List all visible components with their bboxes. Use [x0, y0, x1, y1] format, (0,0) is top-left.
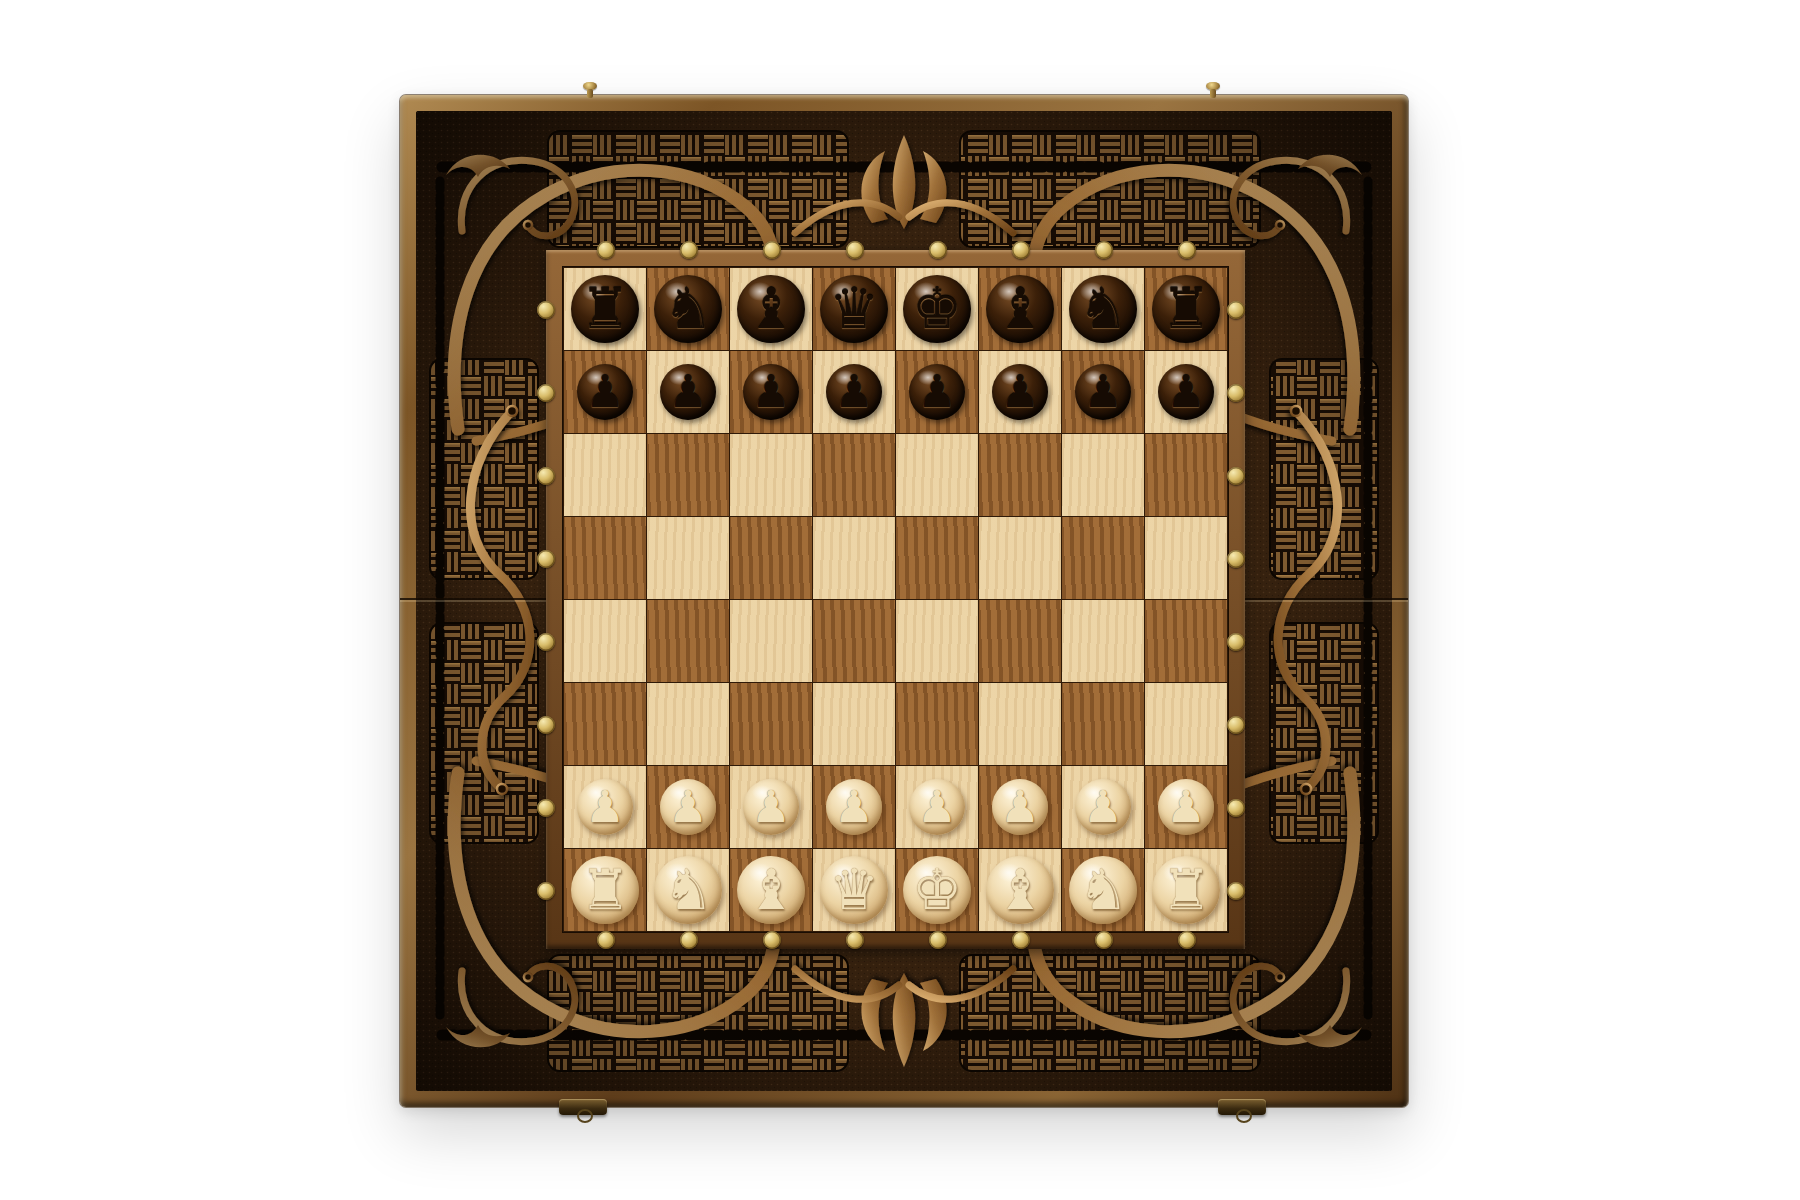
square-g5[interactable] — [1062, 517, 1144, 599]
square-e5[interactable] — [896, 517, 978, 599]
square-f5[interactable] — [979, 517, 1061, 599]
piece-black-pawn[interactable]: ♟ — [1158, 364, 1214, 420]
square-b6[interactable] — [647, 434, 729, 516]
piece-white-pawn[interactable]: ♟ — [992, 779, 1048, 835]
square-h6[interactable] — [1145, 434, 1227, 516]
piece-glyph: ♞ — [663, 862, 713, 918]
piece-black-rook[interactable]: ♜ — [571, 275, 639, 343]
piece-white-rook[interactable]: ♜ — [1152, 856, 1220, 924]
square-c4[interactable] — [730, 600, 812, 682]
brass-pin — [846, 241, 864, 259]
square-f2[interactable]: ♟ — [979, 766, 1061, 848]
piece-white-queen[interactable]: ♛ — [820, 856, 888, 924]
square-g4[interactable] — [1062, 600, 1144, 682]
photo-stage: ♜♞♝♛♚♝♞♜♟♟♟♟♟♟♟♟♟♟♟♟♟♟♟♟♜♞♝♛♚♝♞♜ — [0, 0, 1800, 1200]
piece-glyph: ♟ — [668, 785, 707, 829]
piece-glyph: ♜ — [1161, 281, 1211, 337]
piece-glyph: ♟ — [585, 370, 624, 414]
brass-pin — [1227, 633, 1245, 651]
piece-white-bishop[interactable]: ♝ — [737, 856, 805, 924]
brass-pin — [763, 241, 781, 259]
square-e8[interactable]: ♚ — [896, 268, 978, 350]
brass-pin — [846, 931, 864, 949]
piece-black-pawn[interactable]: ♟ — [826, 364, 882, 420]
clasp-right — [1218, 1099, 1266, 1115]
square-b7[interactable]: ♟ — [647, 351, 729, 433]
square-f3[interactable] — [979, 683, 1061, 765]
piece-glyph: ♟ — [668, 370, 707, 414]
square-a4[interactable] — [564, 600, 646, 682]
square-f6[interactable] — [979, 434, 1061, 516]
brass-pin — [1227, 799, 1245, 817]
piece-black-rook[interactable]: ♜ — [1152, 275, 1220, 343]
piece-white-pawn[interactable]: ♟ — [909, 779, 965, 835]
brass-pin — [537, 882, 555, 900]
piece-glyph: ♜ — [1161, 862, 1211, 918]
square-h7[interactable]: ♟ — [1145, 351, 1227, 433]
piece-black-queen[interactable]: ♛ — [820, 275, 888, 343]
square-h3[interactable] — [1145, 683, 1227, 765]
piece-glyph: ♝ — [995, 862, 1045, 918]
brass-pin — [1227, 467, 1245, 485]
brass-pin — [1012, 931, 1030, 949]
piece-black-pawn[interactable]: ♟ — [909, 364, 965, 420]
square-d8[interactable]: ♛ — [813, 268, 895, 350]
square-f4[interactable] — [979, 600, 1061, 682]
piece-black-bishop[interactable]: ♝ — [737, 275, 805, 343]
piece-white-pawn[interactable]: ♟ — [1075, 779, 1131, 835]
square-d4[interactable] — [813, 600, 895, 682]
square-d5[interactable] — [813, 517, 895, 599]
piece-glyph: ♝ — [995, 281, 1045, 337]
brass-pin — [537, 384, 555, 402]
brass-pin — [929, 931, 947, 949]
chess-case: ♜♞♝♛♚♝♞♜♟♟♟♟♟♟♟♟♟♟♟♟♟♟♟♟♜♞♝♛♚♝♞♜ — [400, 95, 1408, 1107]
square-d1[interactable]: ♛ — [813, 849, 895, 931]
piece-glyph: ♟ — [1166, 370, 1205, 414]
square-e3[interactable] — [896, 683, 978, 765]
hinge-knob-right — [1206, 82, 1220, 99]
piece-black-pawn[interactable]: ♟ — [743, 364, 799, 420]
brass-pin — [1227, 882, 1245, 900]
square-d3[interactable] — [813, 683, 895, 765]
square-e1[interactable]: ♚ — [896, 849, 978, 931]
square-e4[interactable] — [896, 600, 978, 682]
brass-pin — [597, 931, 615, 949]
brass-pin — [680, 241, 698, 259]
piece-black-pawn[interactable]: ♟ — [992, 364, 1048, 420]
brass-pin — [537, 467, 555, 485]
brass-pin — [537, 301, 555, 319]
piece-glyph: ♝ — [746, 281, 796, 337]
square-g2[interactable]: ♟ — [1062, 766, 1144, 848]
clasp-left — [559, 1099, 607, 1115]
square-c7[interactable]: ♟ — [730, 351, 812, 433]
piece-black-bishop[interactable]: ♝ — [986, 275, 1054, 343]
square-h8[interactable]: ♜ — [1145, 268, 1227, 350]
chess-board: ♜♞♝♛♚♝♞♜♟♟♟♟♟♟♟♟♟♟♟♟♟♟♟♟♜♞♝♛♚♝♞♜ — [546, 250, 1245, 949]
piece-white-pawn[interactable]: ♟ — [577, 779, 633, 835]
piece-black-king[interactable]: ♚ — [903, 275, 971, 343]
square-h2[interactable]: ♟ — [1145, 766, 1227, 848]
piece-white-knight[interactable]: ♞ — [654, 856, 722, 924]
square-c5[interactable] — [730, 517, 812, 599]
square-f8[interactable]: ♝ — [979, 268, 1061, 350]
brass-pin — [1095, 241, 1113, 259]
piece-white-knight[interactable]: ♞ — [1069, 856, 1137, 924]
square-b3[interactable] — [647, 683, 729, 765]
piece-white-rook[interactable]: ♜ — [571, 856, 639, 924]
piece-white-bishop[interactable]: ♝ — [986, 856, 1054, 924]
brass-pin — [1178, 931, 1196, 949]
brass-pin — [1178, 241, 1196, 259]
piece-white-king[interactable]: ♚ — [903, 856, 971, 924]
piece-glyph: ♟ — [917, 370, 956, 414]
square-g6[interactable] — [1062, 434, 1144, 516]
square-a6[interactable] — [564, 434, 646, 516]
square-g7[interactable]: ♟ — [1062, 351, 1144, 433]
brass-pin — [537, 550, 555, 568]
brass-pin — [1227, 301, 1245, 319]
square-a1[interactable]: ♜ — [564, 849, 646, 931]
square-d2[interactable]: ♟ — [813, 766, 895, 848]
piece-glyph: ♟ — [834, 785, 873, 829]
square-c2[interactable]: ♟ — [730, 766, 812, 848]
brass-pin — [1227, 550, 1245, 568]
brass-pin — [763, 931, 781, 949]
square-e6[interactable] — [896, 434, 978, 516]
piece-glyph: ♟ — [1166, 785, 1205, 829]
piece-glyph: ♟ — [1000, 370, 1039, 414]
board-grid: ♜♞♝♛♚♝♞♜♟♟♟♟♟♟♟♟♟♟♟♟♟♟♟♟♜♞♝♛♚♝♞♜ — [563, 267, 1228, 932]
piece-glyph: ♜ — [580, 862, 630, 918]
brass-pin — [1012, 241, 1030, 259]
piece-glyph: ♟ — [751, 785, 790, 829]
piece-black-knight[interactable]: ♞ — [1069, 275, 1137, 343]
piece-white-pawn[interactable]: ♟ — [826, 779, 882, 835]
square-h5[interactable] — [1145, 517, 1227, 599]
square-e7[interactable]: ♟ — [896, 351, 978, 433]
square-e2[interactable]: ♟ — [896, 766, 978, 848]
square-b2[interactable]: ♟ — [647, 766, 729, 848]
piece-glyph: ♛ — [829, 281, 879, 337]
square-b4[interactable] — [647, 600, 729, 682]
piece-glyph: ♝ — [746, 862, 796, 918]
square-c8[interactable]: ♝ — [730, 268, 812, 350]
piece-black-pawn[interactable]: ♟ — [660, 364, 716, 420]
square-d6[interactable] — [813, 434, 895, 516]
piece-glyph: ♚ — [912, 281, 962, 337]
piece-white-pawn[interactable]: ♟ — [1158, 779, 1214, 835]
square-g3[interactable] — [1062, 683, 1144, 765]
square-a7[interactable]: ♟ — [564, 351, 646, 433]
square-b5[interactable] — [647, 517, 729, 599]
brass-pin — [1227, 716, 1245, 734]
piece-black-knight[interactable]: ♞ — [654, 275, 722, 343]
square-h1[interactable]: ♜ — [1145, 849, 1227, 931]
square-f7[interactable]: ♟ — [979, 351, 1061, 433]
piece-glyph: ♟ — [1000, 785, 1039, 829]
square-c1[interactable]: ♝ — [730, 849, 812, 931]
square-b8[interactable]: ♞ — [647, 268, 729, 350]
brass-pin — [1095, 931, 1113, 949]
brass-pin — [680, 931, 698, 949]
brass-pin — [597, 241, 615, 259]
piece-glyph: ♜ — [580, 281, 630, 337]
brass-pin — [929, 241, 947, 259]
piece-glyph: ♟ — [834, 370, 873, 414]
piece-glyph: ♟ — [1083, 370, 1122, 414]
square-h4[interactable] — [1145, 600, 1227, 682]
piece-glyph: ♟ — [751, 370, 790, 414]
square-c6[interactable] — [730, 434, 812, 516]
square-a5[interactable] — [564, 517, 646, 599]
piece-glyph: ♟ — [585, 785, 624, 829]
brass-pin — [537, 716, 555, 734]
piece-glyph: ♟ — [1083, 785, 1122, 829]
square-c3[interactable] — [730, 683, 812, 765]
square-g1[interactable]: ♞ — [1062, 849, 1144, 931]
piece-glyph: ♚ — [912, 862, 962, 918]
brass-pin — [537, 633, 555, 651]
piece-glyph: ♞ — [1078, 281, 1128, 337]
brass-pin — [1227, 384, 1245, 402]
piece-white-pawn[interactable]: ♟ — [660, 779, 716, 835]
square-f1[interactable]: ♝ — [979, 849, 1061, 931]
square-a8[interactable]: ♜ — [564, 268, 646, 350]
piece-glyph: ♛ — [829, 862, 879, 918]
piece-glyph: ♞ — [663, 281, 713, 337]
brass-pin — [537, 799, 555, 817]
square-a2[interactable]: ♟ — [564, 766, 646, 848]
piece-white-pawn[interactable]: ♟ — [743, 779, 799, 835]
piece-black-pawn[interactable]: ♟ — [577, 364, 633, 420]
square-b1[interactable]: ♞ — [647, 849, 729, 931]
square-d7[interactable]: ♟ — [813, 351, 895, 433]
hinge-knob-left — [583, 82, 597, 99]
piece-glyph: ♞ — [1078, 862, 1128, 918]
piece-glyph: ♟ — [917, 785, 956, 829]
piece-black-pawn[interactable]: ♟ — [1075, 364, 1131, 420]
square-g8[interactable]: ♞ — [1062, 268, 1144, 350]
square-a3[interactable] — [564, 683, 646, 765]
